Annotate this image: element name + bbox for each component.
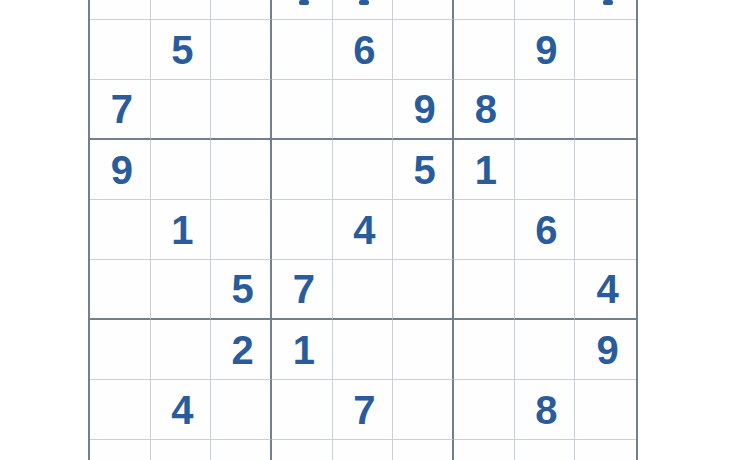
cell-r5c8[interactable]: 6 bbox=[515, 200, 576, 260]
given-digit: 2 bbox=[232, 330, 254, 370]
sudoku-board: 569798951146574219478 bbox=[88, 0, 638, 460]
cell-r3c1[interactable]: 7 bbox=[90, 80, 151, 140]
cell-r4c5[interactable] bbox=[333, 140, 394, 200]
cell-r6c2[interactable] bbox=[151, 260, 212, 320]
cell-r1c2[interactable] bbox=[151, 0, 212, 20]
clipped-digit-tip bbox=[359, 0, 369, 5]
given-digit: 9 bbox=[597, 330, 619, 370]
cell-r6c7[interactable] bbox=[454, 260, 515, 320]
cell-r6c9[interactable]: 4 bbox=[575, 260, 636, 320]
cell-r8c9[interactable] bbox=[575, 380, 636, 440]
cell-r4c9[interactable] bbox=[575, 140, 636, 200]
cell-r5c6[interactable] bbox=[393, 200, 454, 260]
given-digit: 9 bbox=[535, 30, 557, 70]
cell-r2c6[interactable] bbox=[393, 20, 454, 80]
cell-r2c4[interactable] bbox=[272, 20, 333, 80]
cell-r1c8[interactable] bbox=[515, 0, 576, 20]
cell-r4c6[interactable]: 5 bbox=[393, 140, 454, 200]
cell-r5c9[interactable] bbox=[575, 200, 636, 260]
given-digit: 9 bbox=[111, 150, 133, 190]
cell-r9c2[interactable] bbox=[151, 440, 212, 460]
cell-r3c6[interactable]: 9 bbox=[393, 80, 454, 140]
cell-r6c4[interactable]: 7 bbox=[272, 260, 333, 320]
cell-r4c4[interactable] bbox=[272, 140, 333, 200]
cell-r8c4[interactable] bbox=[272, 380, 333, 440]
cell-r6c3[interactable]: 5 bbox=[211, 260, 272, 320]
cell-r7c8[interactable] bbox=[515, 320, 576, 380]
given-digit: 8 bbox=[475, 89, 497, 129]
given-digit: 8 bbox=[535, 390, 557, 430]
cell-r9c5[interactable] bbox=[333, 440, 394, 460]
given-digit: 5 bbox=[171, 30, 193, 70]
cell-r2c1[interactable] bbox=[90, 20, 151, 80]
given-digit: 4 bbox=[353, 210, 375, 250]
cell-r3c9[interactable] bbox=[575, 80, 636, 140]
cell-r7c9[interactable]: 9 bbox=[575, 320, 636, 380]
cell-r3c8[interactable] bbox=[515, 80, 576, 140]
cell-r9c3[interactable] bbox=[211, 440, 272, 460]
given-digit: 9 bbox=[414, 89, 436, 129]
cell-r8c3[interactable] bbox=[211, 380, 272, 440]
given-digit: 1 bbox=[293, 330, 315, 370]
cell-r5c7[interactable] bbox=[454, 200, 515, 260]
cell-r2c9[interactable] bbox=[575, 20, 636, 80]
cell-r5c4[interactable] bbox=[272, 200, 333, 260]
cell-r1c3[interactable] bbox=[211, 0, 272, 20]
cell-r8c6[interactable] bbox=[393, 380, 454, 440]
cell-r1c7[interactable] bbox=[454, 0, 515, 20]
cell-r3c4[interactable] bbox=[272, 80, 333, 140]
cell-r6c5[interactable] bbox=[333, 260, 394, 320]
cell-r4c2[interactable] bbox=[151, 140, 212, 200]
cell-r9c9[interactable] bbox=[575, 440, 636, 460]
cell-r1c4[interactable] bbox=[272, 0, 333, 20]
given-digit: 4 bbox=[597, 269, 619, 309]
cell-r7c1[interactable] bbox=[90, 320, 151, 380]
cell-r5c1[interactable] bbox=[90, 200, 151, 260]
cell-r1c6[interactable] bbox=[393, 0, 454, 20]
cell-r3c2[interactable] bbox=[151, 80, 212, 140]
cell-r3c7[interactable]: 8 bbox=[454, 80, 515, 140]
cell-r7c5[interactable] bbox=[333, 320, 394, 380]
cell-r8c8[interactable]: 8 bbox=[515, 380, 576, 440]
cell-r9c8[interactable] bbox=[515, 440, 576, 460]
cell-r7c2[interactable] bbox=[151, 320, 212, 380]
cell-r6c8[interactable] bbox=[515, 260, 576, 320]
cell-r4c3[interactable] bbox=[211, 140, 272, 200]
given-digit: 6 bbox=[535, 210, 557, 250]
cell-r9c7[interactable] bbox=[454, 440, 515, 460]
cell-r8c7[interactable] bbox=[454, 380, 515, 440]
clipped-digit-tip bbox=[603, 0, 613, 5]
cell-r1c9[interactable] bbox=[575, 0, 636, 20]
given-digit: 5 bbox=[232, 269, 254, 309]
cell-r3c3[interactable] bbox=[211, 80, 272, 140]
given-digit: 1 bbox=[475, 150, 497, 190]
given-digit: 5 bbox=[414, 150, 436, 190]
cell-r5c3[interactable] bbox=[211, 200, 272, 260]
cell-r5c2[interactable]: 1 bbox=[151, 200, 212, 260]
cell-r2c2[interactable]: 5 bbox=[151, 20, 212, 80]
cell-r7c3[interactable]: 2 bbox=[211, 320, 272, 380]
cell-r2c3[interactable] bbox=[211, 20, 272, 80]
given-digit: 4 bbox=[171, 390, 193, 430]
cell-r9c4[interactable] bbox=[272, 440, 333, 460]
cell-r7c6[interactable] bbox=[393, 320, 454, 380]
cell-r7c4[interactable]: 1 bbox=[272, 320, 333, 380]
given-digit: 6 bbox=[353, 30, 375, 70]
cell-r8c5[interactable]: 7 bbox=[333, 380, 394, 440]
cell-r4c7[interactable]: 1 bbox=[454, 140, 515, 200]
cell-r8c1[interactable] bbox=[90, 380, 151, 440]
given-digit: 1 bbox=[171, 210, 193, 250]
cell-r6c6[interactable] bbox=[393, 260, 454, 320]
cell-r2c8[interactable]: 9 bbox=[515, 20, 576, 80]
given-digit: 7 bbox=[353, 390, 375, 430]
cell-r1c1[interactable] bbox=[90, 0, 151, 20]
cell-r2c5[interactable]: 6 bbox=[333, 20, 394, 80]
cell-r4c8[interactable] bbox=[515, 140, 576, 200]
cell-r7c7[interactable] bbox=[454, 320, 515, 380]
cell-r1c5[interactable] bbox=[333, 0, 394, 20]
cell-r6c1[interactable] bbox=[90, 260, 151, 320]
cell-r8c2[interactable]: 4 bbox=[151, 380, 212, 440]
cell-r5c5[interactable]: 4 bbox=[333, 200, 394, 260]
given-digit: 7 bbox=[111, 89, 133, 129]
cell-r4c1[interactable]: 9 bbox=[90, 140, 151, 200]
given-digit: 7 bbox=[293, 269, 315, 309]
cell-r9c6[interactable] bbox=[393, 440, 454, 460]
cell-r3c5[interactable] bbox=[333, 80, 394, 140]
cell-r2c7[interactable] bbox=[454, 20, 515, 80]
clipped-digit-tip bbox=[299, 0, 309, 5]
cell-r9c1[interactable] bbox=[90, 440, 151, 460]
